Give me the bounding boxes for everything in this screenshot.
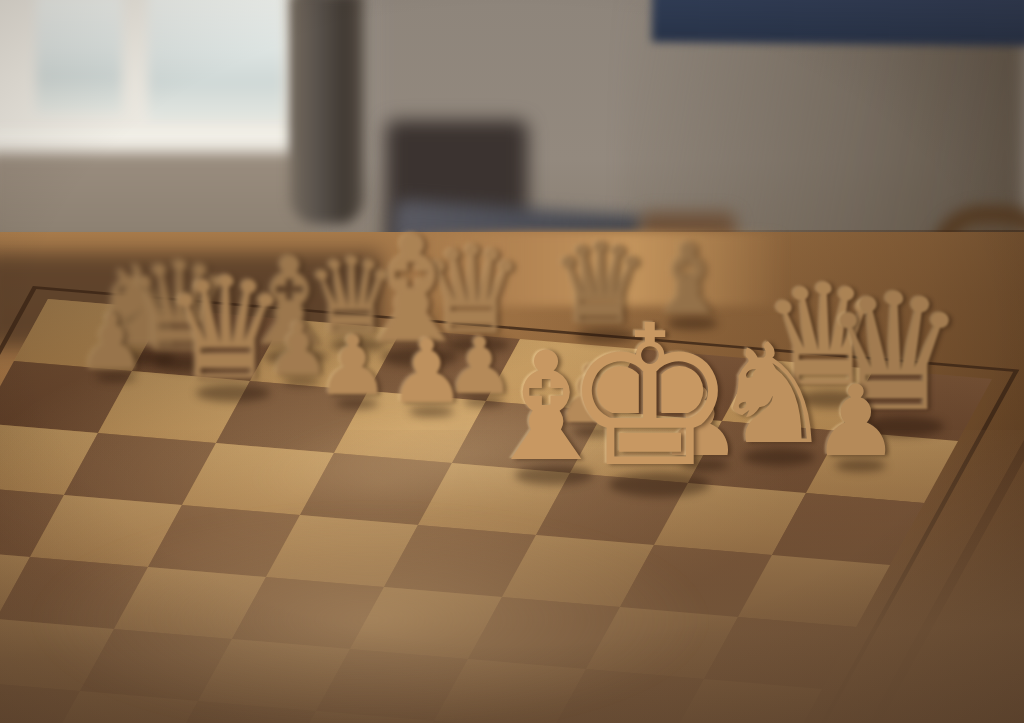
photo-scene: ♞♛♝♛♝♛♛♝♟♛♟♟♟♟♛♛♝♟♟♚♟♞ Wooden chess piec… <box>0 0 1024 723</box>
chess-piece-pawn[interactable]: ♟ <box>812 372 900 470</box>
chess-piece-pawn[interactable]: ♟ <box>388 328 467 416</box>
chess-piece-pawn[interactable]: ♟ <box>316 325 390 407</box>
chess-piece-pawn[interactable]: ♟ <box>78 305 146 381</box>
chess-piece-king[interactable]: ♚ <box>563 300 737 494</box>
chess-piece-queen[interactable]: ♛ <box>162 258 289 400</box>
